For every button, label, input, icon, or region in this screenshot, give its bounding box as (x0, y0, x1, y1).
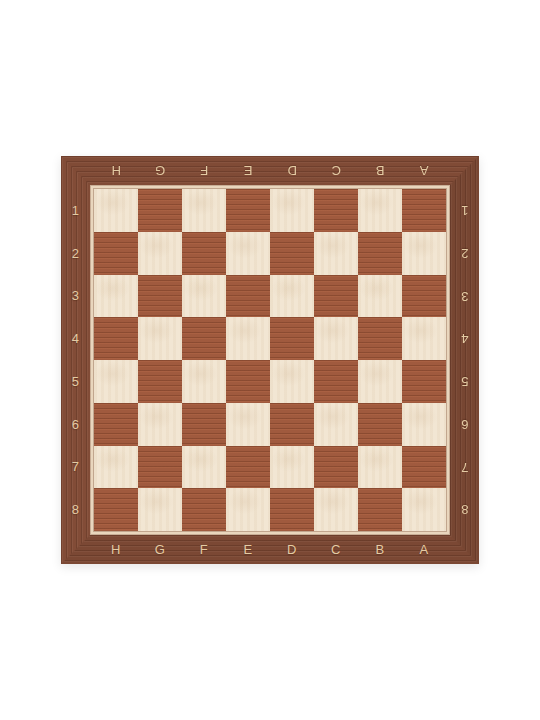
board-square (94, 232, 138, 275)
board-square (226, 232, 270, 275)
board-square (270, 488, 314, 531)
board-square (270, 317, 314, 360)
board-square (358, 232, 402, 275)
board-square (94, 360, 138, 403)
board-square (270, 403, 314, 446)
board-square (358, 275, 402, 318)
board-square (94, 488, 138, 531)
board-square (94, 446, 138, 489)
board-square (138, 403, 182, 446)
board-square (358, 317, 402, 360)
board-square (138, 446, 182, 489)
board-square (138, 317, 182, 360)
board-square (270, 446, 314, 489)
board-square (402, 488, 446, 531)
board-frame-bottom (61, 535, 479, 564)
board-square (138, 360, 182, 403)
board-square (182, 317, 226, 360)
board-grid (94, 189, 446, 531)
board-frame-left (61, 156, 90, 564)
board-square (182, 275, 226, 318)
board-square (402, 360, 446, 403)
board-square (270, 360, 314, 403)
board-frame-top (61, 156, 479, 185)
board-square (138, 275, 182, 318)
board-inner-border (90, 185, 450, 535)
board-square (270, 189, 314, 232)
board-square (358, 360, 402, 403)
board-square (402, 317, 446, 360)
board-square (182, 488, 226, 531)
board-square (182, 189, 226, 232)
board-square (94, 275, 138, 318)
board-square (94, 189, 138, 232)
board-frame-right (450, 156, 479, 564)
board-square (402, 446, 446, 489)
board-square (314, 488, 358, 531)
board-square (314, 317, 358, 360)
board-square (358, 446, 402, 489)
board-square (314, 275, 358, 318)
board-square (226, 317, 270, 360)
board-square (226, 446, 270, 489)
board-square (402, 189, 446, 232)
board-square (138, 488, 182, 531)
board-square (182, 403, 226, 446)
board-square (314, 360, 358, 403)
board-square (94, 403, 138, 446)
board-square (138, 189, 182, 232)
page-background: HGFEDCBA HGFEDCBA 12345678 12345678 (0, 0, 540, 720)
board-square (270, 275, 314, 318)
board-square (314, 189, 358, 232)
board-square (402, 403, 446, 446)
board-square (182, 446, 226, 489)
board-square (402, 275, 446, 318)
board-square (94, 317, 138, 360)
board-square (226, 189, 270, 232)
board-square (226, 275, 270, 318)
board-square (226, 403, 270, 446)
board-square (314, 232, 358, 275)
board-square (314, 403, 358, 446)
board-square (358, 403, 402, 446)
board-square (314, 446, 358, 489)
board-square (138, 232, 182, 275)
board-square (402, 232, 446, 275)
board-square (270, 232, 314, 275)
board-square (182, 232, 226, 275)
board-square (358, 488, 402, 531)
board-square (182, 360, 226, 403)
board-square (226, 488, 270, 531)
board-square (358, 189, 402, 232)
board-square (226, 360, 270, 403)
chess-board: HGFEDCBA HGFEDCBA 12345678 12345678 (61, 156, 479, 564)
